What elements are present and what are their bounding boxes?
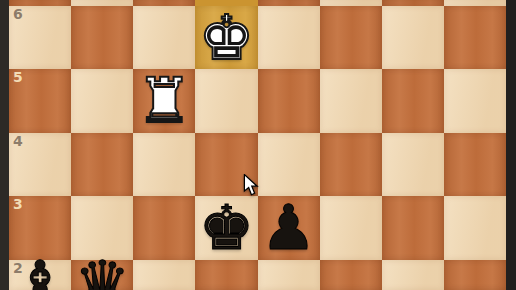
square-h2[interactable]	[444, 260, 506, 290]
square-c4[interactable]	[133, 133, 195, 196]
rank-label-5: 5	[13, 70, 23, 85]
video-frame: 65432 ♚♜♚♟♝♛	[0, 0, 516, 290]
letterbox-bar-right	[506, 0, 516, 290]
black-queen[interactable]: ♛	[69, 251, 135, 290]
square-b4[interactable]	[71, 133, 133, 196]
square-c2[interactable]	[133, 260, 195, 290]
square-h4[interactable]	[444, 133, 506, 196]
square-h5[interactable]	[444, 69, 506, 132]
square-h6[interactable]	[444, 6, 506, 69]
rank-label-3: 3	[13, 197, 23, 212]
square-g6[interactable]	[382, 6, 444, 69]
white-king[interactable]: ♚	[193, 5, 259, 71]
black-pawn[interactable]: ♟	[256, 195, 322, 261]
square-g4[interactable]	[382, 133, 444, 196]
square-f2[interactable]	[320, 260, 382, 290]
square-c6[interactable]	[133, 6, 195, 69]
square-a5[interactable]: 5	[9, 69, 71, 132]
square-d2[interactable]	[195, 260, 257, 290]
square-f4[interactable]	[320, 133, 382, 196]
square-d5[interactable]	[195, 69, 257, 132]
square-h3[interactable]	[444, 196, 506, 259]
white-rook[interactable]: ♜	[131, 68, 197, 134]
square-a4[interactable]: 4	[9, 133, 71, 196]
square-f5[interactable]	[320, 69, 382, 132]
square-f6[interactable]	[320, 6, 382, 69]
square-g5[interactable]	[382, 69, 444, 132]
square-f3[interactable]	[320, 196, 382, 259]
rank-label-6: 6	[13, 7, 23, 22]
square-e2[interactable]	[258, 260, 320, 290]
square-e6[interactable]	[258, 6, 320, 69]
square-b5[interactable]	[71, 69, 133, 132]
square-b6[interactable]	[71, 6, 133, 69]
black-king[interactable]: ♚	[193, 195, 259, 261]
square-g2[interactable]	[382, 260, 444, 290]
square-e4[interactable]	[258, 133, 320, 196]
square-c3[interactable]	[133, 196, 195, 259]
square-g3[interactable]	[382, 196, 444, 259]
black-bishop[interactable]: ♝	[7, 251, 73, 290]
letterbox-bar-left	[0, 0, 9, 290]
rank-label-4: 4	[13, 134, 23, 149]
square-a6[interactable]: 6	[9, 6, 71, 69]
square-e5[interactable]	[258, 69, 320, 132]
